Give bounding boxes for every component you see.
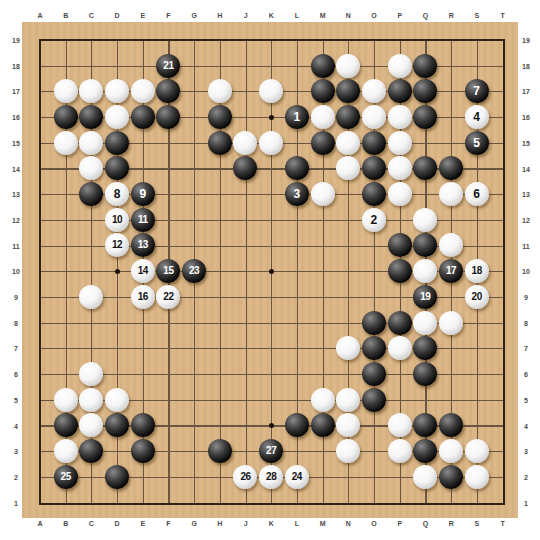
point-B16[interactable] (53, 104, 79, 130)
point-K11[interactable] (258, 233, 284, 259)
point-M6[interactable] (310, 361, 336, 387)
point-N19[interactable] (335, 27, 361, 53)
point-R13[interactable] (438, 181, 464, 207)
point-N1[interactable] (335, 490, 361, 516)
point-D3[interactable] (104, 438, 130, 464)
point-O2[interactable] (361, 464, 387, 490)
point-D4[interactable] (104, 412, 130, 438)
point-D13[interactable]: 8 (104, 181, 130, 207)
point-P5[interactable] (387, 387, 413, 413)
point-F7[interactable] (156, 335, 182, 361)
point-D14[interactable] (104, 156, 130, 182)
point-A10[interactable] (27, 258, 53, 284)
point-F15[interactable] (156, 130, 182, 156)
point-A6[interactable] (27, 361, 53, 387)
point-J19[interactable] (233, 27, 259, 53)
point-T19[interactable] (490, 27, 516, 53)
point-E6[interactable] (130, 361, 156, 387)
point-J1[interactable] (233, 490, 259, 516)
point-H5[interactable] (207, 387, 233, 413)
point-H14[interactable] (207, 156, 233, 182)
point-Q5[interactable] (412, 387, 438, 413)
point-L3[interactable] (284, 438, 310, 464)
point-J8[interactable] (233, 310, 259, 336)
point-A8[interactable] (27, 310, 53, 336)
point-B9[interactable] (53, 284, 79, 310)
point-L6[interactable] (284, 361, 310, 387)
point-N12[interactable] (335, 207, 361, 233)
point-S15[interactable]: 5 (464, 130, 490, 156)
point-D19[interactable] (104, 27, 130, 53)
point-G2[interactable] (181, 464, 207, 490)
point-K9[interactable] (258, 284, 284, 310)
point-P14[interactable] (387, 156, 413, 182)
point-H18[interactable] (207, 53, 233, 79)
point-T5[interactable] (490, 387, 516, 413)
point-G18[interactable] (181, 53, 207, 79)
point-L16[interactable]: 1 (284, 104, 310, 130)
point-H10[interactable] (207, 258, 233, 284)
point-E5[interactable] (130, 387, 156, 413)
point-J18[interactable] (233, 53, 259, 79)
point-L17[interactable] (284, 79, 310, 105)
point-N2[interactable] (335, 464, 361, 490)
point-A13[interactable] (27, 181, 53, 207)
point-R14[interactable] (438, 156, 464, 182)
point-M8[interactable] (310, 310, 336, 336)
point-Q19[interactable] (412, 27, 438, 53)
point-O3[interactable] (361, 438, 387, 464)
point-F1[interactable] (156, 490, 182, 516)
point-G7[interactable] (181, 335, 207, 361)
point-R4[interactable] (438, 412, 464, 438)
point-N18[interactable] (335, 53, 361, 79)
point-A18[interactable] (27, 53, 53, 79)
point-P9[interactable] (387, 284, 413, 310)
point-O15[interactable] (361, 130, 387, 156)
point-H9[interactable] (207, 284, 233, 310)
point-A7[interactable] (27, 335, 53, 361)
point-F11[interactable] (156, 233, 182, 259)
point-C9[interactable] (79, 284, 105, 310)
point-D6[interactable] (104, 361, 130, 387)
point-S19[interactable] (464, 27, 490, 53)
point-G4[interactable] (181, 412, 207, 438)
point-L8[interactable] (284, 310, 310, 336)
point-O6[interactable] (361, 361, 387, 387)
point-L2[interactable]: 24 (284, 464, 310, 490)
point-K14[interactable] (258, 156, 284, 182)
point-D5[interactable] (104, 387, 130, 413)
point-B11[interactable] (53, 233, 79, 259)
point-J15[interactable] (233, 130, 259, 156)
point-G16[interactable] (181, 104, 207, 130)
point-C4[interactable] (79, 412, 105, 438)
point-D2[interactable] (104, 464, 130, 490)
point-B18[interactable] (53, 53, 79, 79)
point-R10[interactable]: 17 (438, 258, 464, 284)
point-Q2[interactable] (412, 464, 438, 490)
point-C11[interactable] (79, 233, 105, 259)
point-P8[interactable] (387, 310, 413, 336)
point-F12[interactable] (156, 207, 182, 233)
point-P1[interactable] (387, 490, 413, 516)
point-M15[interactable] (310, 130, 336, 156)
point-O11[interactable] (361, 233, 387, 259)
point-M10[interactable] (310, 258, 336, 284)
point-T17[interactable] (490, 79, 516, 105)
point-Q1[interactable] (412, 490, 438, 516)
point-C15[interactable] (79, 130, 105, 156)
point-E3[interactable] (130, 438, 156, 464)
point-J5[interactable] (233, 387, 259, 413)
point-O9[interactable] (361, 284, 387, 310)
point-P13[interactable] (387, 181, 413, 207)
point-G14[interactable] (181, 156, 207, 182)
point-Q15[interactable] (412, 130, 438, 156)
point-H2[interactable] (207, 464, 233, 490)
point-L5[interactable] (284, 387, 310, 413)
point-M3[interactable] (310, 438, 336, 464)
point-G1[interactable] (181, 490, 207, 516)
point-P19[interactable] (387, 27, 413, 53)
point-G8[interactable] (181, 310, 207, 336)
point-E8[interactable] (130, 310, 156, 336)
point-F13[interactable] (156, 181, 182, 207)
point-J3[interactable] (233, 438, 259, 464)
point-M12[interactable] (310, 207, 336, 233)
point-D15[interactable] (104, 130, 130, 156)
point-N3[interactable] (335, 438, 361, 464)
point-T4[interactable] (490, 412, 516, 438)
point-E1[interactable] (130, 490, 156, 516)
point-J9[interactable] (233, 284, 259, 310)
point-P12[interactable] (387, 207, 413, 233)
point-J6[interactable] (233, 361, 259, 387)
point-M17[interactable] (310, 79, 336, 105)
point-K16[interactable] (258, 104, 284, 130)
point-P4[interactable] (387, 412, 413, 438)
point-T3[interactable] (490, 438, 516, 464)
point-G9[interactable] (181, 284, 207, 310)
point-K13[interactable] (258, 181, 284, 207)
point-F8[interactable] (156, 310, 182, 336)
point-A16[interactable] (27, 104, 53, 130)
point-E18[interactable] (130, 53, 156, 79)
point-S16[interactable]: 4 (464, 104, 490, 130)
point-F4[interactable] (156, 412, 182, 438)
point-D17[interactable] (104, 79, 130, 105)
point-P6[interactable] (387, 361, 413, 387)
point-O12[interactable]: 2 (361, 207, 387, 233)
point-A14[interactable] (27, 156, 53, 182)
point-N7[interactable] (335, 335, 361, 361)
point-A5[interactable] (27, 387, 53, 413)
point-O10[interactable] (361, 258, 387, 284)
point-N5[interactable] (335, 387, 361, 413)
point-G5[interactable] (181, 387, 207, 413)
point-S10[interactable]: 18 (464, 258, 490, 284)
point-K15[interactable] (258, 130, 284, 156)
point-C12[interactable] (79, 207, 105, 233)
point-K5[interactable] (258, 387, 284, 413)
point-D9[interactable] (104, 284, 130, 310)
point-N4[interactable] (335, 412, 361, 438)
point-M5[interactable] (310, 387, 336, 413)
point-C7[interactable] (79, 335, 105, 361)
point-R5[interactable] (438, 387, 464, 413)
point-A12[interactable] (27, 207, 53, 233)
point-E9[interactable]: 16 (130, 284, 156, 310)
point-K3[interactable]: 27 (258, 438, 284, 464)
point-T2[interactable] (490, 464, 516, 490)
point-K2[interactable]: 28 (258, 464, 284, 490)
point-J11[interactable] (233, 233, 259, 259)
point-E7[interactable] (130, 335, 156, 361)
point-M14[interactable] (310, 156, 336, 182)
point-B13[interactable] (53, 181, 79, 207)
point-S13[interactable]: 6 (464, 181, 490, 207)
point-S6[interactable] (464, 361, 490, 387)
point-K7[interactable] (258, 335, 284, 361)
point-D18[interactable] (104, 53, 130, 79)
point-F2[interactable] (156, 464, 182, 490)
point-P16[interactable] (387, 104, 413, 130)
point-G6[interactable] (181, 361, 207, 387)
point-G19[interactable] (181, 27, 207, 53)
point-Q18[interactable] (412, 53, 438, 79)
point-H17[interactable] (207, 79, 233, 105)
point-R1[interactable] (438, 490, 464, 516)
point-M7[interactable] (310, 335, 336, 361)
point-S14[interactable] (464, 156, 490, 182)
point-C8[interactable] (79, 310, 105, 336)
go-board[interactable]: 2171458936101121213141523171816221920272… (27, 27, 515, 515)
point-K10[interactable] (258, 258, 284, 284)
point-H1[interactable] (207, 490, 233, 516)
point-Q9[interactable]: 19 (412, 284, 438, 310)
point-Q12[interactable] (412, 207, 438, 233)
point-M18[interactable] (310, 53, 336, 79)
point-R11[interactable] (438, 233, 464, 259)
point-S12[interactable] (464, 207, 490, 233)
point-L9[interactable] (284, 284, 310, 310)
point-R16[interactable] (438, 104, 464, 130)
point-P2[interactable] (387, 464, 413, 490)
point-S8[interactable] (464, 310, 490, 336)
point-F18[interactable]: 21 (156, 53, 182, 79)
point-G12[interactable] (181, 207, 207, 233)
point-E14[interactable] (130, 156, 156, 182)
point-J4[interactable] (233, 412, 259, 438)
point-S11[interactable] (464, 233, 490, 259)
point-N9[interactable] (335, 284, 361, 310)
point-N13[interactable] (335, 181, 361, 207)
point-R6[interactable] (438, 361, 464, 387)
point-L13[interactable]: 3 (284, 181, 310, 207)
point-L14[interactable] (284, 156, 310, 182)
point-R18[interactable] (438, 53, 464, 79)
point-S2[interactable] (464, 464, 490, 490)
point-J10[interactable] (233, 258, 259, 284)
point-J16[interactable] (233, 104, 259, 130)
point-L4[interactable] (284, 412, 310, 438)
point-A3[interactable] (27, 438, 53, 464)
point-N6[interactable] (335, 361, 361, 387)
point-M16[interactable] (310, 104, 336, 130)
point-O4[interactable] (361, 412, 387, 438)
point-P11[interactable] (387, 233, 413, 259)
point-J13[interactable] (233, 181, 259, 207)
point-B6[interactable] (53, 361, 79, 387)
point-T12[interactable] (490, 207, 516, 233)
point-T18[interactable] (490, 53, 516, 79)
point-Q8[interactable] (412, 310, 438, 336)
point-O14[interactable] (361, 156, 387, 182)
point-A9[interactable] (27, 284, 53, 310)
point-R12[interactable] (438, 207, 464, 233)
point-L19[interactable] (284, 27, 310, 53)
point-R19[interactable] (438, 27, 464, 53)
point-O18[interactable] (361, 53, 387, 79)
point-C18[interactable] (79, 53, 105, 79)
point-Q4[interactable] (412, 412, 438, 438)
point-C17[interactable] (79, 79, 105, 105)
point-D11[interactable]: 12 (104, 233, 130, 259)
point-E19[interactable] (130, 27, 156, 53)
point-P15[interactable] (387, 130, 413, 156)
point-N15[interactable] (335, 130, 361, 156)
point-G10[interactable]: 23 (181, 258, 207, 284)
point-T9[interactable] (490, 284, 516, 310)
point-D16[interactable] (104, 104, 130, 130)
point-E12[interactable]: 11 (130, 207, 156, 233)
point-N14[interactable] (335, 156, 361, 182)
point-K8[interactable] (258, 310, 284, 336)
point-Q10[interactable] (412, 258, 438, 284)
point-G11[interactable] (181, 233, 207, 259)
point-E17[interactable] (130, 79, 156, 105)
point-F17[interactable] (156, 79, 182, 105)
point-K12[interactable] (258, 207, 284, 233)
point-S1[interactable] (464, 490, 490, 516)
point-H12[interactable] (207, 207, 233, 233)
point-Q16[interactable] (412, 104, 438, 130)
point-N11[interactable] (335, 233, 361, 259)
point-K17[interactable] (258, 79, 284, 105)
point-H11[interactable] (207, 233, 233, 259)
point-R8[interactable] (438, 310, 464, 336)
point-S5[interactable] (464, 387, 490, 413)
point-T8[interactable] (490, 310, 516, 336)
point-C1[interactable] (79, 490, 105, 516)
point-O13[interactable] (361, 181, 387, 207)
point-L18[interactable] (284, 53, 310, 79)
point-L7[interactable] (284, 335, 310, 361)
point-D8[interactable] (104, 310, 130, 336)
point-S9[interactable]: 20 (464, 284, 490, 310)
point-C14[interactable] (79, 156, 105, 182)
point-Q6[interactable] (412, 361, 438, 387)
point-F19[interactable] (156, 27, 182, 53)
point-L10[interactable] (284, 258, 310, 284)
point-J14[interactable] (233, 156, 259, 182)
point-T10[interactable] (490, 258, 516, 284)
point-H15[interactable] (207, 130, 233, 156)
point-B17[interactable] (53, 79, 79, 105)
point-B15[interactable] (53, 130, 79, 156)
point-C16[interactable] (79, 104, 105, 130)
point-E11[interactable]: 13 (130, 233, 156, 259)
point-C19[interactable] (79, 27, 105, 53)
point-T1[interactable] (490, 490, 516, 516)
point-B7[interactable] (53, 335, 79, 361)
point-C13[interactable] (79, 181, 105, 207)
point-B12[interactable] (53, 207, 79, 233)
point-A17[interactable] (27, 79, 53, 105)
point-S7[interactable] (464, 335, 490, 361)
point-Q7[interactable] (412, 335, 438, 361)
point-S3[interactable] (464, 438, 490, 464)
point-H16[interactable] (207, 104, 233, 130)
point-F5[interactable] (156, 387, 182, 413)
point-B4[interactable] (53, 412, 79, 438)
point-M4[interactable] (310, 412, 336, 438)
point-C3[interactable] (79, 438, 105, 464)
point-N16[interactable] (335, 104, 361, 130)
point-D10[interactable] (104, 258, 130, 284)
point-A1[interactable] (27, 490, 53, 516)
point-E2[interactable] (130, 464, 156, 490)
point-E10[interactable]: 14 (130, 258, 156, 284)
point-C10[interactable] (79, 258, 105, 284)
point-J2[interactable]: 26 (233, 464, 259, 490)
point-F6[interactable] (156, 361, 182, 387)
point-O5[interactable] (361, 387, 387, 413)
point-M9[interactable] (310, 284, 336, 310)
point-D1[interactable] (104, 490, 130, 516)
point-Q13[interactable] (412, 181, 438, 207)
point-C6[interactable] (79, 361, 105, 387)
point-K6[interactable] (258, 361, 284, 387)
point-N8[interactable] (335, 310, 361, 336)
point-P10[interactable] (387, 258, 413, 284)
point-S4[interactable] (464, 412, 490, 438)
point-H6[interactable] (207, 361, 233, 387)
point-A4[interactable] (27, 412, 53, 438)
point-L15[interactable] (284, 130, 310, 156)
point-L1[interactable] (284, 490, 310, 516)
point-G17[interactable] (181, 79, 207, 105)
point-F3[interactable] (156, 438, 182, 464)
point-B10[interactable] (53, 258, 79, 284)
point-T16[interactable] (490, 104, 516, 130)
point-M1[interactable] (310, 490, 336, 516)
point-E16[interactable] (130, 104, 156, 130)
point-Q3[interactable] (412, 438, 438, 464)
point-O7[interactable] (361, 335, 387, 361)
point-N10[interactable] (335, 258, 361, 284)
point-J12[interactable] (233, 207, 259, 233)
point-B1[interactable] (53, 490, 79, 516)
point-K19[interactable] (258, 27, 284, 53)
point-F9[interactable]: 22 (156, 284, 182, 310)
point-E15[interactable] (130, 130, 156, 156)
point-G15[interactable] (181, 130, 207, 156)
point-J17[interactable] (233, 79, 259, 105)
point-B8[interactable] (53, 310, 79, 336)
point-R17[interactable] (438, 79, 464, 105)
